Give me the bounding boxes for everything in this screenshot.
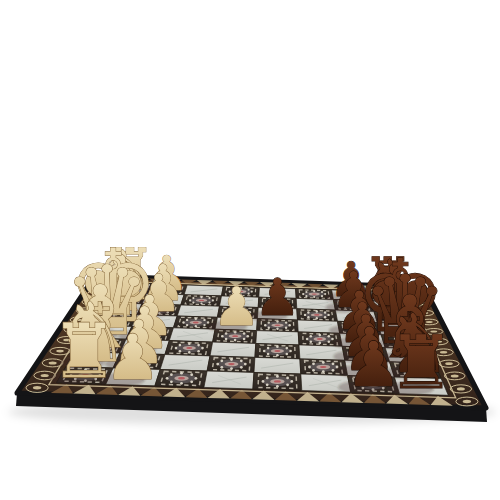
- piece-white-pawn-a2: ♟: [105, 321, 161, 394]
- mosaic-flower: [216, 358, 246, 370]
- mosaic-flower: [302, 290, 326, 298]
- piece-white-pawn-e4: ♟: [213, 276, 261, 338]
- piece-black-pawn-f5: ♟: [255, 267, 301, 327]
- mosaic-flower: [182, 318, 209, 328]
- mosaic-flower: [175, 343, 204, 354]
- mosaic-flower: [304, 310, 330, 319]
- product-photo: ♜♟♟♜♞♟♟♞♝♟♟♝♚♟♟♚♛♟♟♛♝♟♟♝♞♟♟♞♜♟♟♜: [0, 0, 500, 500]
- mosaic-flower: [306, 334, 334, 344]
- chessboard: ♜♟♟♜♞♟♟♞♝♟♟♝♚♟♟♚♛♟♟♛♝♟♟♝♞♟♟♞♜♟♟♜: [0, 0, 500, 500]
- mosaic-flower: [308, 361, 338, 373]
- mosaic-flower: [262, 375, 294, 388]
- mosaic-flower: [166, 372, 198, 385]
- piece-black-rook-a8: ♜: [388, 319, 454, 405]
- mosaic-flower: [189, 296, 214, 305]
- mosaic-flower: [263, 346, 292, 357]
